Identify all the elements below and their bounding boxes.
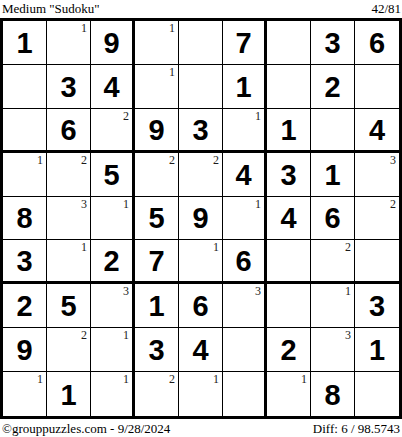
cell-value: 2 bbox=[91, 240, 132, 281]
cell-r5c1[interactable]: 8 bbox=[3, 197, 47, 241]
cell-r2c5[interactable] bbox=[179, 65, 223, 109]
cell-r4c2[interactable]: 2 bbox=[47, 153, 91, 197]
cell-r2c1[interactable] bbox=[3, 65, 47, 109]
difficulty-label: Diff: 6 / 98.5743 bbox=[313, 421, 400, 437]
cell-value: 4 bbox=[91, 65, 132, 108]
cell-r9c6[interactable] bbox=[223, 372, 267, 416]
cell-value: 2 bbox=[3, 284, 46, 327]
corner-mark: 2 bbox=[81, 153, 87, 167]
corner-mark: 3 bbox=[123, 284, 129, 298]
cell-r4c3[interactable]: 5 bbox=[91, 153, 135, 197]
cell-r7c3[interactable]: 3 bbox=[91, 284, 135, 328]
cell-r1c5[interactable] bbox=[179, 21, 223, 65]
corner-mark: 1 bbox=[37, 372, 43, 386]
corner-mark: 1 bbox=[123, 372, 129, 386]
cell-value: 9 bbox=[91, 21, 132, 64]
cell-r7c7[interactable] bbox=[267, 284, 311, 328]
cell-r7c9[interactable]: 3 bbox=[355, 284, 399, 328]
cell-r8c2[interactable]: 2 bbox=[47, 328, 91, 372]
cell-r5c6[interactable]: 1 bbox=[223, 197, 267, 241]
corner-mark: 2 bbox=[169, 153, 175, 167]
corner-mark: 3 bbox=[255, 284, 261, 298]
cell-r7c8[interactable]: 1 bbox=[311, 284, 355, 328]
cell-r9c2[interactable]: 1 bbox=[47, 372, 91, 416]
sudoku-board: 1191736341126293114125224313831591462312… bbox=[0, 18, 402, 419]
cell-r6c8[interactable]: 2 bbox=[311, 240, 355, 284]
cell-r8c4[interactable]: 3 bbox=[135, 328, 179, 372]
corner-mark: 1 bbox=[81, 240, 87, 254]
corner-mark: 1 bbox=[37, 153, 43, 167]
cell-value: 5 bbox=[91, 153, 132, 196]
cell-r6c6[interactable]: 6 bbox=[223, 240, 267, 284]
cell-value: 6 bbox=[179, 284, 222, 327]
cell-value: 3 bbox=[47, 65, 90, 108]
corner-mark: 1 bbox=[123, 328, 129, 342]
cell-r8c7[interactable]: 2 bbox=[267, 328, 311, 372]
cell-r4c6[interactable]: 4 bbox=[223, 153, 267, 197]
cell-value: 6 bbox=[311, 197, 354, 240]
cell-r6c2[interactable]: 1 bbox=[47, 240, 91, 284]
cell-r1c2[interactable]: 1 bbox=[47, 21, 91, 65]
cell-r7c1[interactable]: 2 bbox=[3, 284, 47, 328]
cell-value: 9 bbox=[3, 328, 46, 371]
cell-r4c9[interactable]: 3 bbox=[355, 153, 399, 197]
cell-value: 1 bbox=[267, 109, 310, 150]
cell-r2c7[interactable] bbox=[267, 65, 311, 109]
header: Medium "Sudoku" 42/81 bbox=[2, 1, 401, 17]
cell-value: 9 bbox=[135, 109, 178, 150]
cell-r2c4[interactable]: 1 bbox=[135, 65, 179, 109]
cell-value: 1 bbox=[311, 153, 354, 196]
cell-r4c4[interactable]: 2 bbox=[135, 153, 179, 197]
cell-r4c8[interactable]: 1 bbox=[311, 153, 355, 197]
cell-value: 3 bbox=[267, 153, 310, 196]
cell-value: 7 bbox=[135, 240, 178, 281]
cell-r1c4[interactable]: 1 bbox=[135, 21, 179, 65]
corner-mark: 1 bbox=[345, 284, 351, 298]
cell-r3c8[interactable] bbox=[311, 109, 355, 153]
cell-value: 4 bbox=[355, 109, 399, 150]
cell-value: 4 bbox=[267, 197, 310, 240]
cell-value: 9 bbox=[179, 197, 222, 240]
cell-r8c1[interactable]: 9 bbox=[3, 328, 47, 372]
cell-r8c5[interactable]: 4 bbox=[179, 328, 223, 372]
cell-r1c7[interactable] bbox=[267, 21, 311, 65]
cell-r1c3[interactable]: 9 bbox=[91, 21, 135, 65]
corner-mark: 2 bbox=[390, 197, 396, 211]
cell-r7c5[interactable]: 6 bbox=[179, 284, 223, 328]
cell-value: 2 bbox=[311, 65, 354, 108]
cell-r5c2[interactable]: 3 bbox=[47, 197, 91, 241]
cell-r6c5[interactable]: 1 bbox=[179, 240, 223, 284]
cell-r5c7[interactable]: 4 bbox=[267, 197, 311, 241]
cell-r2c6[interactable]: 1 bbox=[223, 65, 267, 109]
cell-r5c5[interactable]: 9 bbox=[179, 197, 223, 241]
cell-r9c9[interactable] bbox=[355, 372, 399, 416]
cell-r9c5[interactable]: 1 bbox=[179, 372, 223, 416]
cell-r7c2[interactable]: 5 bbox=[47, 284, 91, 328]
cell-value: 6 bbox=[223, 240, 264, 281]
cell-r5c4[interactable]: 5 bbox=[135, 197, 179, 241]
cell-r3c1[interactable] bbox=[3, 109, 47, 153]
corner-mark: 3 bbox=[81, 197, 87, 211]
cell-r9c8[interactable]: 8 bbox=[311, 372, 355, 416]
cell-value: 1 bbox=[3, 21, 46, 64]
cell-r6c7[interactable] bbox=[267, 240, 311, 284]
corner-mark: 2 bbox=[345, 240, 351, 254]
cell-r7c4[interactable]: 1 bbox=[135, 284, 179, 328]
cell-r2c8[interactable]: 2 bbox=[311, 65, 355, 109]
cell-r8c8[interactable]: 3 bbox=[311, 328, 355, 372]
cell-value: 3 bbox=[311, 21, 354, 64]
corner-mark: 3 bbox=[390, 153, 396, 167]
cell-r5c3[interactable]: 1 bbox=[91, 197, 135, 241]
cell-value: 3 bbox=[135, 328, 178, 371]
corner-mark: 1 bbox=[255, 197, 261, 211]
copyright-date: ©grouppuzzles.com - 9/28/2024 bbox=[2, 421, 170, 437]
cell-r3c9[interactable]: 4 bbox=[355, 109, 399, 153]
sudoku-page: Medium "Sudoku" 42/81 119173634112629311… bbox=[0, 0, 402, 437]
cell-r9c1[interactable]: 1 bbox=[3, 372, 47, 416]
cell-r3c2[interactable]: 6 bbox=[47, 109, 91, 153]
cell-value: 1 bbox=[47, 372, 90, 416]
cell-value: 5 bbox=[135, 197, 178, 240]
cell-value: 8 bbox=[311, 372, 354, 416]
cell-r6c1[interactable]: 3 bbox=[3, 240, 47, 284]
cell-value: 7 bbox=[223, 21, 264, 64]
cell-value: 2 bbox=[267, 328, 310, 371]
cell-r9c7[interactable]: 1 bbox=[267, 372, 311, 416]
cell-r1c1[interactable]: 1 bbox=[3, 21, 47, 65]
cell-r2c2[interactable]: 3 bbox=[47, 65, 91, 109]
cell-r8c9[interactable]: 1 bbox=[355, 328, 399, 372]
cell-r8c3[interactable]: 1 bbox=[91, 328, 135, 372]
cell-r2c3[interactable]: 4 bbox=[91, 65, 135, 109]
fill-counter: 42/81 bbox=[371, 1, 401, 17]
corner-mark: 1 bbox=[301, 372, 307, 386]
corner-mark: 2 bbox=[169, 372, 175, 386]
page-title: Medium "Sudoku" bbox=[2, 1, 100, 17]
cell-r9c4[interactable]: 2 bbox=[135, 372, 179, 416]
cell-value: 8 bbox=[3, 197, 46, 240]
cell-r3c5[interactable]: 3 bbox=[179, 109, 223, 153]
cell-r1c9[interactable]: 6 bbox=[355, 21, 399, 65]
cell-value: 1 bbox=[135, 284, 178, 327]
corner-mark: 2 bbox=[81, 328, 87, 342]
cell-value: 6 bbox=[47, 109, 90, 150]
cell-value: 3 bbox=[179, 109, 222, 150]
cell-r4c1[interactable]: 1 bbox=[3, 153, 47, 197]
corner-mark: 1 bbox=[123, 197, 129, 211]
cell-r8c6[interactable] bbox=[223, 328, 267, 372]
cell-r1c8[interactable]: 3 bbox=[311, 21, 355, 65]
corner-mark: 1 bbox=[213, 372, 219, 386]
cell-r4c7[interactable]: 3 bbox=[267, 153, 311, 197]
cell-value: 6 bbox=[355, 21, 399, 64]
cell-value: 1 bbox=[223, 65, 264, 108]
corner-mark: 1 bbox=[255, 109, 261, 123]
cell-value: 4 bbox=[179, 328, 222, 371]
cell-value: 4 bbox=[223, 153, 264, 196]
cell-r1c6[interactable]: 7 bbox=[223, 21, 267, 65]
corner-mark: 1 bbox=[169, 21, 175, 35]
cell-r3c4[interactable]: 9 bbox=[135, 109, 179, 153]
corner-mark: 1 bbox=[81, 21, 87, 35]
cell-r4c5[interactable]: 2 bbox=[179, 153, 223, 197]
cell-r5c8[interactable]: 6 bbox=[311, 197, 355, 241]
cell-r6c4[interactable]: 7 bbox=[135, 240, 179, 284]
corner-mark: 3 bbox=[345, 328, 351, 342]
cell-r3c7[interactable]: 1 bbox=[267, 109, 311, 153]
corner-mark: 2 bbox=[213, 153, 219, 167]
cell-r9c3[interactable]: 1 bbox=[91, 372, 135, 416]
cell-r5c9[interactable]: 2 bbox=[355, 197, 399, 241]
cell-r3c3[interactable]: 2 bbox=[91, 109, 135, 153]
corner-mark: 1 bbox=[213, 240, 219, 254]
cell-r7c6[interactable]: 3 bbox=[223, 284, 267, 328]
cell-value: 3 bbox=[3, 240, 46, 281]
footer: ©grouppuzzles.com - 9/28/2024 Diff: 6 / … bbox=[2, 421, 400, 437]
cell-r2c9[interactable] bbox=[355, 65, 399, 109]
cell-value: 1 bbox=[355, 328, 399, 371]
cell-value: 3 bbox=[355, 284, 399, 327]
cell-r6c9[interactable] bbox=[355, 240, 399, 284]
cell-value: 5 bbox=[47, 284, 90, 327]
cell-r6c3[interactable]: 2 bbox=[91, 240, 135, 284]
cell-r3c6[interactable]: 1 bbox=[223, 109, 267, 153]
corner-mark: 1 bbox=[169, 65, 175, 79]
corner-mark: 2 bbox=[123, 109, 129, 123]
